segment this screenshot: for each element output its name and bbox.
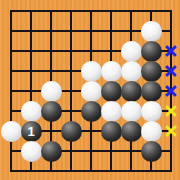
black-stone — [41, 141, 62, 162]
white-stone — [1, 121, 22, 142]
white-stone — [101, 61, 122, 82]
black-stone — [101, 81, 122, 102]
white-stone — [121, 101, 142, 122]
white-stone — [81, 61, 102, 82]
go-board[interactable]: 1 — [0, 0, 180, 180]
white-stone — [21, 141, 42, 162]
white-stone — [121, 61, 142, 82]
white-stone — [141, 21, 162, 42]
white-stone — [121, 41, 142, 62]
black-stone — [81, 101, 102, 122]
white-stone — [141, 101, 162, 122]
black-stone — [41, 101, 62, 122]
black-stone — [141, 61, 162, 82]
black-stone — [141, 81, 162, 102]
screenshot-root: 1 — [0, 0, 180, 180]
blue-x-mark — [165, 45, 177, 57]
white-stone — [101, 101, 122, 122]
blue-x-mark — [165, 65, 177, 77]
black-stone — [141, 41, 162, 62]
black-stone — [61, 121, 82, 142]
yellow-x-mark — [165, 125, 177, 137]
black-stone: 1 — [21, 121, 42, 142]
black-stone — [101, 121, 122, 142]
black-stone — [121, 121, 142, 142]
white-stone — [81, 81, 102, 102]
white-stone — [141, 121, 162, 142]
yellow-x-mark — [165, 105, 177, 117]
blue-x-mark — [165, 85, 177, 97]
white-stone — [41, 81, 62, 102]
black-stone — [121, 81, 142, 102]
white-stone — [21, 101, 42, 122]
black-stone — [141, 141, 162, 162]
